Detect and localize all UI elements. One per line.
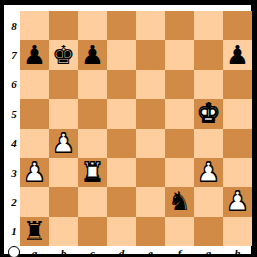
square-g6 <box>194 70 223 99</box>
white-pawn: ♟ <box>52 129 75 158</box>
square-f3 <box>165 158 194 187</box>
square-b4: ♟ <box>49 129 78 158</box>
white-king: ♚ <box>197 99 220 128</box>
square-c4 <box>78 129 107 158</box>
square-d5 <box>107 99 136 128</box>
square-h2: ♟ <box>223 187 252 216</box>
square-h5 <box>223 99 252 128</box>
rank-label-4: 4 <box>8 129 20 158</box>
square-g4 <box>194 129 223 158</box>
square-c2 <box>78 187 107 216</box>
square-c5 <box>78 99 107 128</box>
square-c8 <box>78 11 107 40</box>
square-b3 <box>49 158 78 187</box>
square-e5 <box>136 99 165 128</box>
square-c6 <box>78 70 107 99</box>
file-label-e: e <box>136 246 165 257</box>
rank-label-7: 7 <box>8 40 20 69</box>
square-f2: ♞ <box>165 187 194 216</box>
square-c7: ♟ <box>78 40 107 69</box>
black-pawn: ♟ <box>226 41 249 70</box>
square-f5 <box>165 99 194 128</box>
board-panel: 87654321 ♟♚♟♟♚♟♟♜♟♞♟♜ abcdefgh <box>4 5 251 254</box>
square-h1 <box>223 217 252 246</box>
square-c1 <box>78 217 107 246</box>
file-label-c: c <box>78 246 107 257</box>
square-d6 <box>107 70 136 99</box>
white-rook: ♜ <box>81 158 104 187</box>
square-a5 <box>20 99 49 128</box>
chess-board: ♟♚♟♟♚♟♟♜♟♞♟♜ <box>20 11 252 246</box>
square-a6 <box>20 70 49 99</box>
square-f6 <box>165 70 194 99</box>
square-e3 <box>136 158 165 187</box>
square-a3: ♟ <box>20 158 49 187</box>
square-e4 <box>136 129 165 158</box>
square-a8 <box>20 11 49 40</box>
square-d1 <box>107 217 136 246</box>
black-king: ♚ <box>52 41 75 70</box>
square-d7 <box>107 40 136 69</box>
square-a4 <box>20 129 49 158</box>
square-g2 <box>194 187 223 216</box>
white-pawn: ♟ <box>23 158 46 187</box>
rank-label-3: 3 <box>8 158 20 187</box>
file-label-a: a <box>20 246 49 257</box>
square-e1 <box>136 217 165 246</box>
square-a7: ♟ <box>20 40 49 69</box>
rank-label-6: 6 <box>8 70 20 99</box>
square-b8 <box>49 11 78 40</box>
square-b5 <box>49 99 78 128</box>
square-b1 <box>49 217 78 246</box>
square-e8 <box>136 11 165 40</box>
file-label-b: b <box>49 246 78 257</box>
file-label-f: f <box>165 246 194 257</box>
black-pawn: ♟ <box>81 41 104 70</box>
black-rook: ♜ <box>23 217 46 246</box>
square-e7 <box>136 40 165 69</box>
square-e6 <box>136 70 165 99</box>
square-c3: ♜ <box>78 158 107 187</box>
white-to-move-indicator <box>8 246 20 257</box>
file-label-h: h <box>223 246 252 257</box>
square-h3 <box>223 158 252 187</box>
black-knight: ♞ <box>168 187 191 216</box>
square-f1 <box>165 217 194 246</box>
chess-diagram: 87654321 ♟♚♟♟♚♟♟♜♟♞♟♜ abcdefgh <box>0 0 257 257</box>
square-g3: ♟ <box>194 158 223 187</box>
square-h7: ♟ <box>223 40 252 69</box>
square-a1: ♜ <box>20 217 49 246</box>
square-a2 <box>20 187 49 216</box>
white-pawn: ♟ <box>226 187 249 216</box>
file-label-d: d <box>107 246 136 257</box>
white-pawn: ♟ <box>197 158 220 187</box>
square-g1 <box>194 217 223 246</box>
square-h6 <box>223 70 252 99</box>
rank-label-8: 8 <box>8 11 20 40</box>
square-d4 <box>107 129 136 158</box>
square-b2 <box>49 187 78 216</box>
black-pawn: ♟ <box>23 41 46 70</box>
square-d2 <box>107 187 136 216</box>
rank-label-2: 2 <box>8 187 20 216</box>
square-g8 <box>194 11 223 40</box>
square-d3 <box>107 158 136 187</box>
file-label-g: g <box>194 246 223 257</box>
square-f7 <box>165 40 194 69</box>
rank-label-1: 1 <box>8 217 20 246</box>
rank-label-5: 5 <box>8 99 20 128</box>
file-labels: abcdefgh <box>20 246 252 257</box>
rank-labels: 87654321 <box>8 11 20 246</box>
square-d8 <box>107 11 136 40</box>
square-h4 <box>223 129 252 158</box>
square-g5: ♚ <box>194 99 223 128</box>
square-b7: ♚ <box>49 40 78 69</box>
square-f4 <box>165 129 194 158</box>
square-f8 <box>165 11 194 40</box>
square-g7 <box>194 40 223 69</box>
square-b6 <box>49 70 78 99</box>
square-e2 <box>136 187 165 216</box>
square-h8 <box>223 11 252 40</box>
